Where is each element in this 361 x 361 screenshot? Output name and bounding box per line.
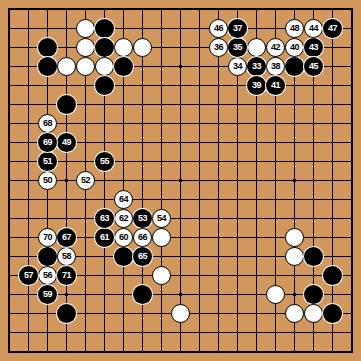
stone-black: 55: [95, 152, 114, 171]
stone-white: [133, 38, 152, 57]
stone-black: 45: [304, 57, 323, 76]
stone-black: [95, 19, 114, 38]
move-number: 64: [119, 195, 128, 204]
stone-white: 62: [114, 209, 133, 228]
move-number: 54: [157, 214, 166, 223]
grid-line-vertical: [332, 9, 333, 352]
stone-white: [152, 266, 171, 285]
move-number: 41: [271, 81, 280, 90]
stone-black: [114, 247, 133, 266]
stone-white: 56: [38, 266, 57, 285]
stone-white: [171, 304, 190, 323]
stone-black: [323, 266, 342, 285]
stone-black: [304, 285, 323, 304]
move-number: 48: [290, 24, 299, 33]
star-point: [65, 293, 68, 296]
move-number: 68: [43, 119, 52, 128]
stone-black: 53: [133, 209, 152, 228]
move-number: 63: [100, 214, 109, 223]
stone-white: [247, 38, 266, 57]
stone-black: [133, 285, 152, 304]
stone-black: [95, 76, 114, 95]
stone-white: 70: [38, 228, 57, 247]
grid-line-horizontal: [9, 351, 352, 352]
stone-white: 44: [304, 19, 323, 38]
stone-white: 52: [76, 171, 95, 190]
stone-black: 49: [57, 133, 76, 152]
stone-black: 37: [228, 19, 247, 38]
move-number: 70: [43, 233, 52, 242]
move-number: 51: [43, 157, 52, 166]
stone-white: 48: [285, 19, 304, 38]
stone-black: 69: [38, 133, 57, 152]
stone-white: 46: [209, 19, 228, 38]
stone-black: 65: [133, 247, 152, 266]
stone-black: [95, 38, 114, 57]
stone-black: 39: [247, 76, 266, 95]
stone-black: 71: [57, 266, 76, 285]
stone-black: [38, 57, 57, 76]
stone-black: 59: [38, 285, 57, 304]
move-number: 61: [100, 233, 109, 242]
stone-white: [95, 57, 114, 76]
move-number: 60: [119, 233, 128, 242]
stone-black: 43: [304, 38, 323, 57]
stone-white: [114, 38, 133, 57]
stone-white: [304, 304, 323, 323]
stone-black: 35: [228, 38, 247, 57]
move-number: 45: [309, 62, 318, 71]
stone-white: 58: [57, 247, 76, 266]
stone-white: 66: [133, 228, 152, 247]
stone-black: [57, 304, 76, 323]
move-number: 36: [214, 43, 223, 52]
stone-black: 63: [95, 209, 114, 228]
stone-white: [152, 228, 171, 247]
move-number: 71: [62, 271, 71, 280]
move-number: 67: [62, 233, 71, 242]
move-number: 33: [252, 62, 261, 71]
stone-black: [304, 247, 323, 266]
stone-white: 38: [266, 57, 285, 76]
move-number: 40: [290, 43, 299, 52]
stone-black: 51: [38, 152, 57, 171]
stone-white: 64: [114, 190, 133, 209]
move-number: 65: [138, 252, 147, 261]
stone-white: 50: [38, 171, 57, 190]
move-number: 59: [43, 290, 52, 299]
stone-black: 41: [266, 76, 285, 95]
stone-white: 54: [152, 209, 171, 228]
star-point: [179, 65, 182, 68]
stone-black: [57, 95, 76, 114]
move-number: 56: [43, 271, 52, 280]
move-number: 62: [119, 214, 128, 223]
stone-white: 40: [285, 38, 304, 57]
move-number: 55: [100, 157, 109, 166]
star-point: [65, 179, 68, 182]
stone-white: [76, 38, 95, 57]
stone-black: [38, 247, 57, 266]
move-number: 46: [214, 24, 223, 33]
move-number: 34: [233, 62, 242, 71]
stone-black: 67: [57, 228, 76, 247]
stone-white: 36: [209, 38, 228, 57]
move-number: 57: [24, 271, 33, 280]
move-number: 50: [43, 176, 52, 185]
stone-black: [323, 304, 342, 323]
star-point: [293, 179, 296, 182]
go-board: 3334353637383940414243444546474849505152…: [0, 0, 361, 361]
grid-line-vertical: [199, 9, 200, 352]
stone-white: [285, 228, 304, 247]
stone-white: [76, 57, 95, 76]
move-number: 66: [138, 233, 147, 242]
move-number: 58: [62, 252, 71, 261]
stone-white: [285, 304, 304, 323]
move-number: 35: [233, 43, 242, 52]
stone-white: [57, 57, 76, 76]
stone-black: 47: [323, 19, 342, 38]
move-number: 69: [43, 138, 52, 147]
stone-white: [266, 285, 285, 304]
grid-line-vertical: [218, 9, 219, 352]
move-number: 43: [309, 43, 318, 52]
move-number: 37: [233, 24, 242, 33]
grid-line-vertical: [351, 9, 352, 352]
move-number: 38: [271, 62, 280, 71]
stone-black: 57: [19, 266, 38, 285]
stone-black: 33: [247, 57, 266, 76]
stone-black: [38, 38, 57, 57]
stone-white: 68: [38, 114, 57, 133]
stone-white: 42: [266, 38, 285, 57]
grid-line-horizontal: [9, 218, 352, 219]
stone-white: 60: [114, 228, 133, 247]
move-number: 42: [271, 43, 280, 52]
stone-black: [285, 57, 304, 76]
move-number: 52: [81, 176, 90, 185]
star-point: [293, 293, 296, 296]
stone-white: 34: [228, 57, 247, 76]
stone-black: 61: [95, 228, 114, 247]
move-number: 47: [328, 24, 337, 33]
grid-line-horizontal: [9, 332, 352, 333]
star-point: [179, 179, 182, 182]
stone-white: [285, 247, 304, 266]
move-number: 49: [62, 138, 71, 147]
move-number: 53: [138, 214, 147, 223]
move-number: 44: [309, 24, 318, 33]
grid-line-horizontal: [9, 199, 352, 200]
move-number: 39: [252, 81, 261, 90]
stone-white: [76, 19, 95, 38]
star-point: [179, 293, 182, 296]
stone-black: [114, 57, 133, 76]
